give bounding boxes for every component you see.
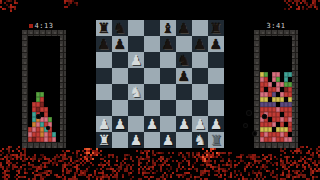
- game-screen: 4:13 3:41 ♜♞♝♟♜♟♟♟♟♟♟♞♟♞♟♟♟♟♟♟♜♟♟♞♜: [0, 0, 320, 180]
- debris-pixel: [184, 174, 186, 176]
- debris-pixel: [116, 178, 118, 180]
- square-e3[interactable]: [160, 100, 176, 116]
- square-a1[interactable]: ♜: [96, 132, 112, 148]
- debris-pixel: [132, 170, 134, 172]
- square-h1[interactable]: ♜: [208, 132, 224, 148]
- square-d8[interactable]: [144, 20, 160, 36]
- debris-pixel: [228, 154, 230, 156]
- debris-pixel: [2, 152, 4, 154]
- square-d2[interactable]: ♟: [144, 116, 160, 132]
- debris-pixel: [112, 156, 114, 158]
- square-g3[interactable]: [192, 100, 208, 116]
- square-b2[interactable]: ♟: [112, 116, 128, 132]
- black-knight-piece: ♞: [112, 20, 128, 36]
- debris-pixel: [128, 174, 130, 176]
- debris-pixel: [42, 178, 44, 180]
- square-f6[interactable]: ♞: [176, 52, 192, 68]
- square-e1[interactable]: ♟: [160, 132, 176, 148]
- debris-pixel: [244, 170, 246, 172]
- white-pawn-piece: ♟: [176, 116, 192, 132]
- debris-pixel: [300, 160, 302, 162]
- debris-pixel: [230, 166, 232, 168]
- debris-pixel: [120, 168, 122, 170]
- debris-pixel: [126, 158, 128, 160]
- debris-pixel: [180, 168, 182, 170]
- square-d4[interactable]: [144, 84, 160, 100]
- white-rook-piece: ♜: [96, 132, 112, 148]
- debris-pixel: [24, 164, 26, 166]
- debris-pixel: [16, 178, 18, 180]
- debris-pixel: [204, 172, 206, 174]
- debris-pixel: [40, 168, 42, 170]
- square-b4[interactable]: [112, 84, 128, 100]
- debris-pixel: [316, 176, 318, 178]
- debris-pixel: [38, 160, 40, 162]
- debris-pixel: [190, 176, 192, 178]
- debris-pixel: [14, 8, 16, 10]
- debris-pixel: [194, 162, 196, 164]
- debris-pixel: [108, 178, 110, 180]
- debris-pixel: [12, 158, 14, 160]
- debris-pixel: [130, 172, 132, 174]
- debris-pixel: [104, 164, 106, 166]
- square-c7[interactable]: [128, 36, 144, 52]
- debris-pixel: [214, 162, 216, 164]
- square-e8[interactable]: ♝: [160, 20, 176, 36]
- square-b3[interactable]: [112, 100, 128, 116]
- debris-pixel: [280, 154, 282, 156]
- black-dot: [46, 126, 50, 130]
- debris-pixel: [236, 164, 238, 166]
- debris-pixel: [262, 178, 264, 180]
- debris-pixel: [48, 162, 50, 164]
- debris-pixel: [122, 176, 124, 178]
- debris-pixel: [230, 176, 232, 178]
- debris-pixel: [246, 178, 248, 180]
- white-pawn-piece: ♟: [192, 116, 208, 132]
- square-a7[interactable]: ♟: [96, 36, 112, 52]
- debris-pixel: [206, 166, 208, 168]
- white-pawn-piece: ♟: [208, 116, 224, 132]
- debris-pixel: [162, 152, 164, 154]
- square-c1[interactable]: ♟: [128, 132, 144, 148]
- debris-pixel: [184, 168, 186, 170]
- square-c4[interactable]: ♞: [128, 84, 144, 100]
- debris-pixel: [154, 154, 156, 156]
- debris-pixel: [310, 148, 312, 150]
- debris-pixel: [288, 176, 290, 178]
- square-b1[interactable]: [112, 132, 128, 148]
- debris-pixel: [246, 166, 248, 168]
- debris-pixel: [300, 152, 302, 154]
- square-g1[interactable]: ♞: [192, 132, 208, 148]
- debris-pixel: [82, 164, 84, 166]
- debris-pixel: [202, 174, 204, 176]
- white-pawn-piece: ♟: [112, 116, 128, 132]
- debris-pixel: [298, 164, 300, 166]
- debris-pixel: [16, 2, 18, 4]
- white-pawn-piece: ♟: [128, 132, 144, 148]
- square-g4[interactable]: [192, 84, 208, 100]
- debris-pixel: [224, 178, 226, 180]
- left-tetris-well: [22, 30, 66, 148]
- square-b8[interactable]: ♞: [112, 20, 128, 36]
- square-g8[interactable]: [192, 20, 208, 36]
- square-d1[interactable]: [144, 132, 160, 148]
- square-f4[interactable]: [176, 84, 192, 100]
- debris-pixel: [132, 160, 134, 162]
- debris-pixel: [152, 168, 154, 170]
- black-dot: [246, 110, 252, 116]
- debris-pixel: [142, 152, 144, 154]
- black-pawn-piece: ♟: [112, 36, 128, 52]
- debris-pixel: [148, 150, 150, 152]
- debris-pixel: [8, 166, 10, 168]
- debris-pixel: [196, 160, 198, 162]
- debris-pixel: [204, 160, 206, 162]
- debris-pixel: [230, 152, 232, 154]
- square-b5[interactable]: [112, 68, 128, 84]
- square-g2[interactable]: ♟: [192, 116, 208, 132]
- debris-pixel: [162, 164, 164, 166]
- debris-pixel: [50, 172, 52, 174]
- square-a3[interactable]: [96, 100, 112, 116]
- square-g6[interactable]: [192, 52, 208, 68]
- black-pawn-piece: ♟: [160, 36, 176, 52]
- debris-pixel: [20, 168, 22, 170]
- debris-pixel: [24, 160, 26, 162]
- square-g5[interactable]: [192, 68, 208, 84]
- debris-pixel: [190, 168, 192, 170]
- debris-pixel: [152, 176, 154, 178]
- left-timer: 4:13: [22, 22, 66, 30]
- square-h6[interactable]: [208, 52, 224, 68]
- square-c8[interactable]: [128, 20, 144, 36]
- debris-pixel: [250, 166, 252, 168]
- debris-pixel: [78, 164, 80, 166]
- debris-pixel: [276, 168, 278, 170]
- square-e4[interactable]: [160, 84, 176, 100]
- debris-pixel: [12, 150, 14, 152]
- debris-pixel: [96, 168, 98, 170]
- black-pawn-piece: ♟: [176, 68, 192, 84]
- square-c2[interactable]: [128, 116, 144, 132]
- debris-pixel: [88, 166, 90, 168]
- debris-pixel: [308, 178, 310, 180]
- debris-pixel: [258, 156, 260, 158]
- debris-pixel: [238, 178, 240, 180]
- debris-pixel: [104, 156, 106, 158]
- debris-pixel: [276, 158, 278, 160]
- white-pawn-piece: ♟: [160, 132, 176, 148]
- debris-pixel: [292, 2, 294, 4]
- black-bishop-piece: ♝: [160, 20, 176, 36]
- debris-pixel: [64, 178, 66, 180]
- debris-pixel: [234, 166, 236, 168]
- debris-pixel: [234, 160, 236, 162]
- white-pawn-piece: ♟: [96, 116, 112, 132]
- square-h5[interactable]: [208, 68, 224, 84]
- debris-pixel: [234, 176, 236, 178]
- debris-pixel: [72, 152, 74, 154]
- debris-pixel: [64, 152, 66, 154]
- debris-pixel: [96, 178, 98, 180]
- black-knight-piece: ♞: [176, 52, 192, 68]
- debris-pixel: [96, 154, 98, 156]
- tetris-block: [52, 137, 56, 142]
- square-c5[interactable]: [128, 68, 144, 84]
- black-pawn-piece: ♟: [176, 20, 192, 36]
- debris-pixel: [180, 162, 182, 164]
- debris-pixel: [220, 176, 222, 178]
- debris-pixel: [256, 166, 258, 168]
- debris-pixel: [118, 170, 120, 172]
- debris-pixel: [302, 170, 304, 172]
- square-e6[interactable]: [160, 52, 176, 68]
- debris-pixel: [10, 146, 12, 148]
- debris-pixel: [290, 6, 292, 8]
- tetris-block: [288, 72, 292, 77]
- debris-pixel: [196, 170, 198, 172]
- debris-pixel: [2, 158, 4, 160]
- debris-pixel: [266, 156, 268, 158]
- debris-pixel: [248, 174, 250, 176]
- gray-rook-piece: ♜: [208, 132, 224, 148]
- debris-pixel: [208, 158, 210, 160]
- square-a2[interactable]: ♟: [96, 116, 112, 132]
- square-e5[interactable]: [160, 68, 176, 84]
- debris-pixel: [68, 172, 70, 174]
- debris-pixel: [200, 178, 202, 180]
- debris-pixel: [66, 158, 68, 160]
- debris-pixel: [58, 156, 60, 158]
- square-f1[interactable]: [176, 132, 192, 148]
- debris-pixel: [170, 156, 172, 158]
- debris-pixel: [292, 152, 294, 154]
- square-d3[interactable]: [144, 100, 160, 116]
- square-d6[interactable]: [144, 52, 160, 68]
- square-c3[interactable]: [128, 100, 144, 116]
- debris-pixel: [288, 8, 290, 10]
- square-b6[interactable]: [112, 52, 128, 68]
- square-a8[interactable]: ♜: [96, 20, 112, 36]
- debris-pixel: [148, 172, 150, 174]
- debris-pixel: [28, 178, 30, 180]
- debris-pixel: [70, 170, 72, 172]
- debris-pixel: [210, 160, 212, 162]
- debris-pixel: [26, 158, 28, 160]
- debris-pixel: [172, 152, 174, 154]
- square-f7[interactable]: [176, 36, 192, 52]
- white-pawn-piece: ♟: [128, 52, 144, 68]
- debris-pixel: [86, 154, 88, 156]
- black-dot: [36, 114, 41, 119]
- debris-pixel: [178, 176, 180, 178]
- debris-pixel: [168, 170, 170, 172]
- debris-pixel: [202, 164, 204, 166]
- debris-pixel: [4, 8, 6, 10]
- debris-pixel: [306, 8, 308, 10]
- debris-pixel: [30, 168, 32, 170]
- debris-pixel: [132, 176, 134, 178]
- debris-pixel: [90, 154, 92, 156]
- debris-pixel: [6, 178, 8, 180]
- square-f3[interactable]: [176, 100, 192, 116]
- debris-pixel: [92, 164, 94, 166]
- debris-pixel: [272, 172, 274, 174]
- square-h4[interactable]: [208, 84, 224, 100]
- debris-pixel: [224, 152, 226, 154]
- debris-pixel: [26, 172, 28, 174]
- debris-pixel: [40, 158, 42, 160]
- debris-pixel: [0, 2, 2, 4]
- debris-pixel: [252, 164, 254, 166]
- debris-pixel: [254, 162, 256, 164]
- debris-pixel: [284, 8, 286, 10]
- square-d7[interactable]: [144, 36, 160, 52]
- debris-pixel: [208, 174, 210, 176]
- square-h3[interactable]: [208, 100, 224, 116]
- debris-pixel: [68, 4, 70, 6]
- debris-pixel: [130, 178, 132, 180]
- black-rook-piece: ♜: [96, 20, 112, 36]
- debris-pixel: [266, 162, 268, 164]
- white-pawn-piece: ♟: [144, 116, 160, 132]
- debris-pixel: [238, 162, 240, 164]
- debris-pixel: [276, 164, 278, 166]
- debris-pixel: [10, 0, 12, 2]
- debris-pixel: [44, 176, 46, 178]
- black-dot: [243, 123, 248, 128]
- debris-pixel: [206, 154, 208, 156]
- debris-pixel: [298, 176, 300, 178]
- debris-pixel: [70, 2, 72, 4]
- debris-pixel: [206, 150, 208, 152]
- debris-pixel: [92, 176, 94, 178]
- black-rook-piece: ♜: [208, 20, 224, 36]
- debris-pixel: [10, 10, 12, 12]
- debris-pixel: [34, 158, 36, 160]
- debris-pixel: [66, 6, 68, 8]
- square-h8[interactable]: ♜: [208, 20, 224, 36]
- right-tetris-well: [254, 30, 298, 148]
- debris-pixel: [170, 168, 172, 170]
- square-a5[interactable]: [96, 68, 112, 84]
- square-e7[interactable]: ♟: [160, 36, 176, 52]
- debris-pixel: [148, 160, 150, 162]
- debris-pixel: [216, 156, 218, 158]
- debris-pixel: [92, 158, 94, 160]
- square-f5[interactable]: ♟: [176, 68, 192, 84]
- debris-pixel: [284, 178, 286, 180]
- debris-pixel: [48, 174, 50, 176]
- debris-pixel: [212, 152, 214, 154]
- debris-pixel: [46, 166, 48, 168]
- debris-pixel: [260, 168, 262, 170]
- debris-pixel: [264, 176, 266, 178]
- debris-pixel: [88, 178, 90, 180]
- debris-pixel: [300, 2, 302, 4]
- debris-pixel: [62, 160, 64, 162]
- square-h2[interactable]: ♟: [208, 116, 224, 132]
- debris-pixel: [292, 164, 294, 166]
- debris-pixel: [160, 170, 162, 172]
- debris-pixel: [226, 170, 228, 172]
- debris-pixel: [24, 176, 26, 178]
- debris-pixel: [222, 160, 224, 162]
- debris-pixel: [254, 178, 256, 180]
- debris-pixel: [224, 174, 226, 176]
- debris-pixel: [56, 164, 58, 166]
- debris-pixel: [168, 152, 170, 154]
- debris-pixel: [34, 178, 36, 180]
- debris-pixel: [188, 164, 190, 166]
- debris-pixel: [214, 160, 216, 162]
- right-timer: 3:41: [254, 22, 298, 30]
- debris-pixel: [8, 176, 10, 178]
- square-b7[interactable]: ♟: [112, 36, 128, 52]
- square-h7[interactable]: ♟: [208, 36, 224, 52]
- square-g7[interactable]: ♟: [192, 36, 208, 52]
- debris-pixel: [258, 162, 260, 164]
- debris-pixel: [18, 172, 20, 174]
- debris-pixel: [228, 168, 230, 170]
- square-a4[interactable]: [96, 84, 112, 100]
- black-pawn-piece: ♟: [208, 36, 224, 52]
- debris-pixel: [176, 170, 178, 172]
- debris-pixel: [292, 178, 294, 180]
- square-f2[interactable]: ♟: [176, 116, 192, 132]
- debris-pixel: [108, 156, 110, 158]
- square-c6[interactable]: ♟: [128, 52, 144, 68]
- debris-pixel: [172, 160, 174, 162]
- debris-pixel: [102, 178, 104, 180]
- debris-pixel: [76, 178, 78, 180]
- debris-pixel: [178, 154, 180, 156]
- debris-pixel: [202, 148, 204, 150]
- debris-pixel: [8, 170, 10, 172]
- debris-pixel: [284, 148, 286, 150]
- debris-pixel: [86, 158, 88, 160]
- debris-pixel: [96, 150, 98, 152]
- debris-pixel: [270, 158, 272, 160]
- black-dot: [252, 131, 257, 136]
- debris-pixel: [206, 178, 208, 180]
- debris-pixel: [258, 178, 260, 180]
- square-f8[interactable]: ♟: [176, 20, 192, 36]
- debris-pixel: [78, 150, 80, 152]
- debris-pixel: [194, 178, 196, 180]
- debris-pixel: [310, 6, 312, 8]
- debris-pixel: [116, 160, 118, 162]
- debris-pixel: [166, 160, 168, 162]
- debris-pixel: [76, 4, 78, 6]
- debris-pixel: [132, 164, 134, 166]
- debris-pixel: [272, 164, 274, 166]
- debris-pixel: [12, 168, 14, 170]
- tetris-block: [288, 127, 292, 132]
- debris-pixel: [158, 178, 160, 180]
- square-e2[interactable]: [160, 116, 176, 132]
- debris-pixel: [84, 162, 86, 164]
- debris-pixel: [236, 174, 238, 176]
- debris-pixel: [100, 150, 102, 152]
- square-a6[interactable]: [96, 52, 112, 68]
- square-d5[interactable]: [144, 68, 160, 84]
- debris-pixel: [154, 164, 156, 166]
- debris-pixel: [16, 162, 18, 164]
- debris-pixel: [182, 176, 184, 178]
